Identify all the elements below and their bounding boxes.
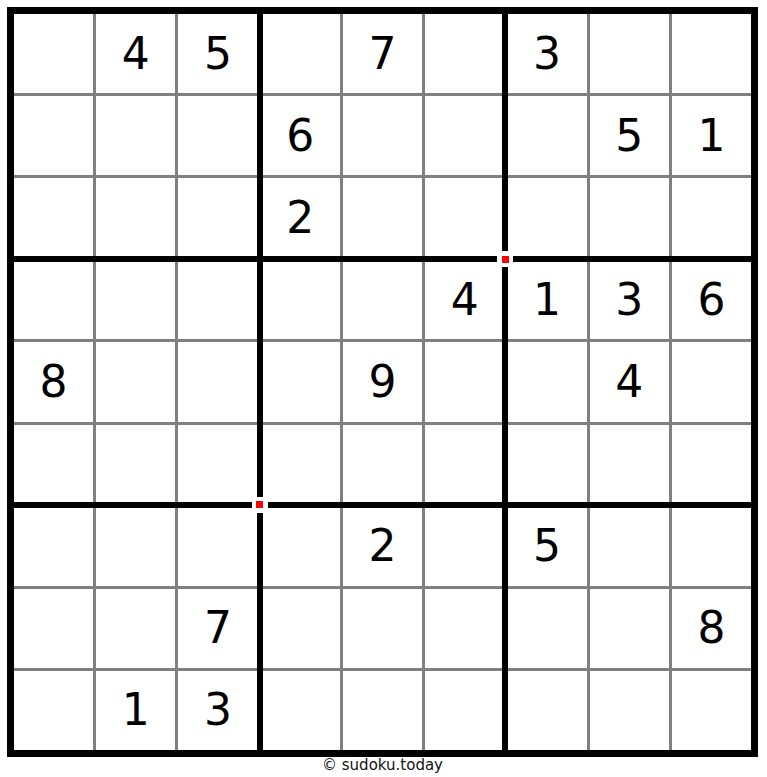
cell-r8c2[interactable] <box>96 589 175 668</box>
cell-r1c4[interactable] <box>261 14 340 93</box>
cell-r3c1[interactable] <box>14 178 93 257</box>
cell-r7c5[interactable]: 2 <box>343 507 422 586</box>
given-digit: 1 <box>533 278 561 322</box>
cell-r5c6[interactable] <box>425 342 504 421</box>
given-digit: 8 <box>40 360 68 404</box>
cell-r4c7[interactable]: 1 <box>507 260 586 339</box>
cell-r6c8[interactable] <box>590 425 669 504</box>
sudoku-board: 457365124136894257813 <box>7 7 758 757</box>
cell-r4c4[interactable] <box>261 260 340 339</box>
given-digit: 1 <box>697 114 725 158</box>
cell-r9c3[interactable]: 3 <box>178 671 257 750</box>
cell-r5c4[interactable] <box>261 342 340 421</box>
sudoku-page: 457365124136894257813 © sudoku.today <box>0 0 767 777</box>
red-corner-dot-2 <box>256 501 263 508</box>
cell-r3c9[interactable] <box>672 178 751 257</box>
cell-r3c6[interactable] <box>425 178 504 257</box>
cell-r8c4[interactable] <box>261 589 340 668</box>
cell-r6c7[interactable] <box>507 425 586 504</box>
box-border-horizontal-2 <box>14 502 751 508</box>
cell-r9c5[interactable] <box>343 671 422 750</box>
cell-r2c2[interactable] <box>96 96 175 175</box>
cell-r1c6[interactable] <box>425 14 504 93</box>
cell-r8c7[interactable] <box>507 589 586 668</box>
given-digit: 1 <box>122 688 150 732</box>
given-digit: 5 <box>615 114 643 158</box>
red-dot-patch-1 <box>497 251 513 267</box>
cell-r3c8[interactable] <box>590 178 669 257</box>
cell-r6c4[interactable] <box>261 425 340 504</box>
given-digit: 5 <box>204 32 232 76</box>
cell-r1c2[interactable]: 4 <box>96 14 175 93</box>
cell-r2c9[interactable]: 1 <box>672 96 751 175</box>
cell-r3c3[interactable] <box>178 178 257 257</box>
cell-r3c4[interactable]: 2 <box>261 178 340 257</box>
given-digit: 8 <box>697 606 725 650</box>
cell-r6c5[interactable] <box>343 425 422 504</box>
cell-r7c2[interactable] <box>96 507 175 586</box>
cell-r4c2[interactable] <box>96 260 175 339</box>
given-digit: 9 <box>368 360 396 404</box>
cell-r6c9[interactable] <box>672 425 751 504</box>
cell-r6c3[interactable] <box>178 425 257 504</box>
given-digit: 3 <box>533 32 561 76</box>
given-digit: 4 <box>615 360 643 404</box>
cell-r7c7[interactable]: 5 <box>507 507 586 586</box>
cell-r1c7[interactable]: 3 <box>507 14 586 93</box>
cell-r4c5[interactable] <box>343 260 422 339</box>
cell-r4c9[interactable]: 6 <box>672 260 751 339</box>
cell-r4c8[interactable]: 3 <box>590 260 669 339</box>
cell-r7c4[interactable] <box>261 507 340 586</box>
cell-r5c3[interactable] <box>178 342 257 421</box>
cell-r4c3[interactable] <box>178 260 257 339</box>
cell-r9c1[interactable] <box>14 671 93 750</box>
cell-r5c7[interactable] <box>507 342 586 421</box>
cell-r1c9[interactable] <box>672 14 751 93</box>
box-border-horizontal-1 <box>14 256 751 262</box>
cell-r2c7[interactable] <box>507 96 586 175</box>
cell-r1c5[interactable]: 7 <box>343 14 422 93</box>
cell-r8c9[interactable]: 8 <box>672 589 751 668</box>
cell-r5c8[interactable]: 4 <box>590 342 669 421</box>
cell-r3c7[interactable] <box>507 178 586 257</box>
cell-r8c3[interactable]: 7 <box>178 589 257 668</box>
cell-r2c5[interactable] <box>343 96 422 175</box>
cell-r2c4[interactable]: 6 <box>261 96 340 175</box>
cell-r9c4[interactable] <box>261 671 340 750</box>
given-digit: 4 <box>451 278 479 322</box>
given-digit: 2 <box>286 196 314 240</box>
given-digit: 7 <box>368 32 396 76</box>
cell-r9c2[interactable]: 1 <box>96 671 175 750</box>
sudoku-cells: 457365124136894257813 <box>14 14 751 750</box>
cell-r4c1[interactable] <box>14 260 93 339</box>
cell-r6c1[interactable] <box>14 425 93 504</box>
cell-r5c1[interactable]: 8 <box>14 342 93 421</box>
cell-r8c5[interactable] <box>343 589 422 668</box>
copyright-text: © sudoku.today <box>7 756 758 774</box>
given-digit: 6 <box>697 278 725 322</box>
cell-r6c2[interactable] <box>96 425 175 504</box>
cell-r7c6[interactable] <box>425 507 504 586</box>
cell-r8c1[interactable] <box>14 589 93 668</box>
cell-r9c9[interactable] <box>672 671 751 750</box>
cell-r4c6[interactable]: 4 <box>425 260 504 339</box>
cell-r1c8[interactable] <box>590 14 669 93</box>
cell-r5c2[interactable] <box>96 342 175 421</box>
given-digit: 2 <box>368 524 396 568</box>
cell-r3c5[interactable] <box>343 178 422 257</box>
box-border-vertical-2 <box>502 14 508 750</box>
cell-r1c1[interactable] <box>14 14 93 93</box>
given-digit: 6 <box>286 114 314 158</box>
cell-r5c5[interactable]: 9 <box>343 342 422 421</box>
given-digit: 7 <box>204 606 232 650</box>
cell-r2c8[interactable]: 5 <box>590 96 669 175</box>
given-digit: 4 <box>122 32 150 76</box>
cell-r8c8[interactable] <box>590 589 669 668</box>
given-digit: 3 <box>615 278 643 322</box>
cell-r9c6[interactable] <box>425 671 504 750</box>
cell-r6c6[interactable] <box>425 425 504 504</box>
cell-r5c9[interactable] <box>672 342 751 421</box>
cell-r2c1[interactable] <box>14 96 93 175</box>
cell-r7c8[interactable] <box>590 507 669 586</box>
given-digit: 3 <box>204 688 232 732</box>
cell-r3c2[interactable] <box>96 178 175 257</box>
cell-r8c6[interactable] <box>425 589 504 668</box>
cell-r1c3[interactable]: 5 <box>178 14 257 93</box>
red-dot-patch-2 <box>252 497 268 513</box>
board-overlay: 457365124136894257813 <box>14 14 751 750</box>
cell-r2c3[interactable] <box>178 96 257 175</box>
cell-r7c3[interactable] <box>178 507 257 586</box>
red-corner-dot-1 <box>502 256 509 263</box>
box-border-vertical-1 <box>257 14 263 750</box>
cell-r7c1[interactable] <box>14 507 93 586</box>
cell-r2c6[interactable] <box>425 96 504 175</box>
cell-r7c9[interactable] <box>672 507 751 586</box>
given-digit: 5 <box>533 524 561 568</box>
cell-r9c7[interactable] <box>507 671 586 750</box>
cell-r9c8[interactable] <box>590 671 669 750</box>
